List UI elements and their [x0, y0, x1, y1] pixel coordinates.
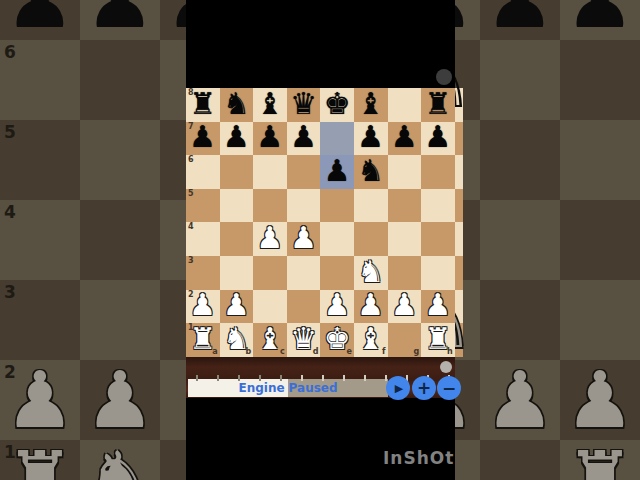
square-d8[interactable]: ♛	[287, 88, 321, 122]
ruler-tick	[238, 375, 240, 381]
inshot-watermark: InShOt	[383, 448, 454, 468]
square-a4[interactable]: 4	[186, 222, 220, 256]
square-h4[interactable]	[421, 222, 455, 256]
engine-status-label: EnginePaused	[188, 379, 388, 397]
black-n-piece: ♞	[357, 156, 384, 186]
square-e7[interactable]	[320, 122, 354, 156]
square-e2[interactable]: ♟	[320, 290, 354, 324]
rank-coord-label: 6	[188, 156, 194, 164]
black-p-piece: ♟	[257, 122, 284, 152]
white-p-piece: ♟	[189, 290, 216, 320]
black-n-piece: ♞	[223, 89, 250, 119]
black-p-piece: ♟	[324, 156, 351, 186]
square-e3[interactable]	[320, 256, 354, 290]
white-p-piece: ♟	[357, 290, 384, 320]
square-c4[interactable]: ♟	[253, 222, 287, 256]
square-c7[interactable]: ♟	[253, 122, 287, 156]
square-b7[interactable]: ♟	[220, 122, 254, 156]
square-c1[interactable]: c♝	[253, 323, 287, 357]
ruler-tick	[280, 375, 282, 381]
square-g5[interactable]	[388, 189, 422, 223]
square-g6[interactable]	[388, 155, 422, 189]
square-h5[interactable]	[421, 189, 455, 223]
ruler-tick	[364, 375, 366, 381]
background-white-r-piece: ♜	[565, 441, 635, 480]
square-d3[interactable]	[287, 256, 321, 290]
gray-dot-icon	[440, 361, 452, 373]
square-a7[interactable]: 7♟	[186, 122, 220, 156]
background-black-p-piece: ♟	[485, 0, 555, 39]
black-p-piece: ♟	[425, 122, 452, 152]
ruler-tick	[217, 375, 219, 381]
square-c8[interactable]: ♝	[253, 88, 287, 122]
ruler-tick	[196, 375, 198, 381]
square-g1[interactable]: g	[388, 323, 422, 357]
black-q-piece: ♛	[290, 89, 317, 119]
square-d2[interactable]	[287, 290, 321, 324]
black-k-piece: ♚	[324, 89, 351, 119]
white-p-piece: ♟	[223, 290, 250, 320]
white-p-piece: ♟	[257, 223, 284, 253]
rank-coord-label: 5	[188, 190, 194, 198]
square-a2[interactable]: 2♟	[186, 290, 220, 324]
background-black-p-piece: ♟	[85, 0, 155, 39]
black-p-piece: ♟	[223, 122, 250, 152]
square-a6[interactable]: 6	[186, 155, 220, 189]
ruler-tick	[259, 375, 261, 381]
paused-word: Paused	[289, 381, 338, 395]
white-p-piece: ♟	[290, 223, 317, 253]
ruler-tick	[343, 375, 345, 381]
square-e5[interactable]	[320, 189, 354, 223]
ruler-tick	[385, 375, 387, 381]
square-e6[interactable]: ♟	[320, 155, 354, 189]
background-white-n-piece: ♞	[85, 441, 155, 480]
white-r-piece: ♜	[189, 324, 216, 354]
square-f1[interactable]: f♝	[354, 323, 388, 357]
black-p-piece: ♟	[391, 122, 418, 152]
background-white-p-piece: ♟	[5, 361, 75, 439]
square-e8[interactable]: ♚	[320, 88, 354, 122]
play-button[interactable]: ▶	[386, 376, 410, 400]
square-g8[interactable]	[388, 88, 422, 122]
square-h2[interactable]: ♟	[421, 290, 455, 324]
square-a1[interactable]: 1a♜	[186, 323, 220, 357]
white-p-piece: ♟	[324, 290, 351, 320]
square-f7[interactable]: ♟	[354, 122, 388, 156]
screenshot-stage: 654321 ♟♟♟♟♟♟♞♞♟♟♟♟♟♜♞♝♜ 8♜♞♝♛♚♝♜7♟♟♟♟♟♟…	[0, 0, 640, 480]
zoom-in-button[interactable]: +	[412, 376, 436, 400]
white-q-piece: ♛	[290, 324, 317, 354]
rank-coord-label: 4	[188, 223, 194, 231]
rank-coord-label: 3	[188, 257, 194, 265]
background-black-p-piece: ♟	[5, 0, 75, 39]
square-h1[interactable]: h♜	[421, 323, 455, 357]
square-b4[interactable]	[220, 222, 254, 256]
square-f6[interactable]: ♞	[354, 155, 388, 189]
square-d5[interactable]	[287, 189, 321, 223]
zoom-out-button[interactable]: −	[437, 376, 461, 400]
black-b-piece: ♝	[257, 89, 284, 119]
square-h8[interactable]: ♜	[421, 88, 455, 122]
white-r-piece: ♜	[425, 324, 452, 354]
plus-icon: +	[417, 380, 431, 397]
square-d6[interactable]	[287, 155, 321, 189]
square-h3[interactable]	[421, 256, 455, 290]
square-d7[interactable]: ♟	[287, 122, 321, 156]
white-n-piece: ♞	[357, 257, 384, 287]
white-n-piece: ♞	[223, 324, 250, 354]
square-c2[interactable]	[253, 290, 287, 324]
square-h7[interactable]: ♟	[421, 122, 455, 156]
square-f2[interactable]: ♟	[354, 290, 388, 324]
file-coord-label: g	[413, 348, 419, 356]
square-b8[interactable]: ♞	[220, 88, 254, 122]
black-p-piece: ♟	[290, 122, 317, 152]
square-b2[interactable]: ♟	[220, 290, 254, 324]
square-b6[interactable]	[220, 155, 254, 189]
background-white-p-piece: ♟	[485, 361, 555, 439]
black-p-piece: ♟	[357, 122, 384, 152]
square-d1[interactable]: d♛	[287, 323, 321, 357]
minus-icon: −	[442, 380, 456, 397]
black-b-piece: ♝	[357, 89, 384, 119]
white-p-piece: ♟	[425, 290, 452, 320]
ruler-tick	[322, 375, 324, 381]
square-e1[interactable]: e♚	[320, 323, 354, 357]
square-g7[interactable]: ♟	[388, 122, 422, 156]
background-white-p-piece: ♟	[565, 361, 635, 439]
square-b5[interactable]	[220, 189, 254, 223]
background-white-p-piece: ♟	[85, 361, 155, 439]
black-r-piece: ♜	[189, 89, 216, 119]
play-icon: ▶	[395, 382, 403, 395]
white-b-piece: ♝	[357, 324, 384, 354]
record-dot-icon	[436, 69, 452, 85]
square-g2[interactable]: ♟	[388, 290, 422, 324]
square-a8[interactable]: 8♜	[186, 88, 220, 122]
square-g4[interactable]	[388, 222, 422, 256]
black-p-piece: ♟	[189, 122, 216, 152]
square-a3[interactable]: 3	[186, 256, 220, 290]
square-a5[interactable]: 5	[186, 189, 220, 223]
square-f5[interactable]	[354, 189, 388, 223]
square-c5[interactable]	[253, 189, 287, 223]
square-h6[interactable]	[421, 155, 455, 189]
black-r-piece: ♜	[425, 89, 452, 119]
square-b1[interactable]: b♞	[220, 323, 254, 357]
square-f4[interactable]	[354, 222, 388, 256]
square-c6[interactable]	[253, 155, 287, 189]
square-d4[interactable]: ♟	[287, 222, 321, 256]
white-b-piece: ♝	[257, 324, 284, 354]
white-k-piece: ♚	[324, 324, 351, 354]
ruler-tick	[301, 375, 303, 381]
white-p-piece: ♟	[391, 290, 418, 320]
chess-board[interactable]: 8♜♞♝♛♚♝♜7♟♟♟♟♟♟♟6♟♞54♟♟3♞2♟♟♟♟♟♟1a♜b♞c♝d…	[186, 88, 455, 357]
square-c3[interactable]	[253, 256, 287, 290]
square-g3[interactable]	[388, 256, 422, 290]
square-e4[interactable]	[320, 222, 354, 256]
square-b3[interactable]	[220, 256, 254, 290]
square-f8[interactable]: ♝	[354, 88, 388, 122]
square-f3[interactable]: ♞	[354, 256, 388, 290]
background-white-r-piece: ♜	[5, 441, 75, 480]
engine-strength-slider[interactable]: EnginePaused	[188, 379, 388, 397]
background-black-p-piece: ♟	[565, 0, 635, 39]
engine-word: Engine	[238, 381, 284, 395]
